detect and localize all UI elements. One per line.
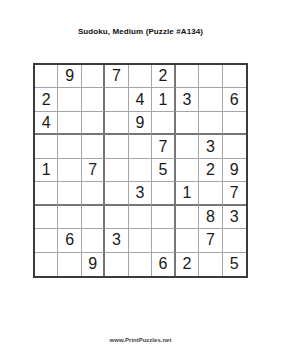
- cell-r8c3[interactable]: [82, 229, 105, 252]
- cell-r6c6[interactable]: [152, 182, 175, 205]
- cell-r2c1: 2: [35, 88, 58, 111]
- cell-r7c1[interactable]: [35, 206, 58, 229]
- cell-r4c6: 7: [152, 135, 175, 158]
- cell-r3c1: 4: [35, 112, 58, 135]
- cell-r3c7[interactable]: [176, 112, 199, 135]
- cell-r2c9: 6: [223, 88, 246, 111]
- cell-r1c9[interactable]: [223, 65, 246, 88]
- cell-r5c8: 2: [199, 159, 222, 182]
- cell-r4c8: 3: [199, 135, 222, 158]
- cell-r1c7[interactable]: [176, 65, 199, 88]
- cell-r3c6[interactable]: [152, 112, 175, 135]
- sudoku-grid: 97224136497317529317836379625: [33, 63, 248, 278]
- cell-r8c4: 3: [105, 229, 128, 252]
- cell-r5c3: 7: [82, 159, 105, 182]
- cell-r2c3[interactable]: [82, 88, 105, 111]
- cell-r2c5: 4: [129, 88, 152, 111]
- cell-r6c5: 3: [129, 182, 152, 205]
- cell-r1c8[interactable]: [199, 65, 222, 88]
- cell-r1c3[interactable]: [82, 65, 105, 88]
- cell-r2c4[interactable]: [105, 88, 128, 111]
- cell-r9c4[interactable]: [105, 253, 128, 276]
- cell-r5c5[interactable]: [129, 159, 152, 182]
- cell-r8c2: 6: [58, 229, 81, 252]
- cell-r6c1[interactable]: [35, 182, 58, 205]
- cell-r9c9: 5: [223, 253, 246, 276]
- cell-r6c2[interactable]: [58, 182, 81, 205]
- cell-r1c2: 9: [58, 65, 81, 88]
- cell-r7c2[interactable]: [58, 206, 81, 229]
- cell-r2c8[interactable]: [199, 88, 222, 111]
- cell-r5c7[interactable]: [176, 159, 199, 182]
- cell-r5c2[interactable]: [58, 159, 81, 182]
- cell-r6c4[interactable]: [105, 182, 128, 205]
- cell-r9c7: 2: [176, 253, 199, 276]
- cell-r6c8[interactable]: [199, 182, 222, 205]
- printable-sudoku-page: Sudoku, Medium (Puzzle #A134) 9722413649…: [0, 0, 281, 363]
- cell-r3c8[interactable]: [199, 112, 222, 135]
- cell-r8c1[interactable]: [35, 229, 58, 252]
- cell-r9c3: 9: [82, 253, 105, 276]
- cell-r9c5[interactable]: [129, 253, 152, 276]
- cell-r3c9[interactable]: [223, 112, 246, 135]
- cell-r7c4[interactable]: [105, 206, 128, 229]
- cell-r3c5: 9: [129, 112, 152, 135]
- cell-r7c7[interactable]: [176, 206, 199, 229]
- cell-r9c8[interactable]: [199, 253, 222, 276]
- cell-r1c1[interactable]: [35, 65, 58, 88]
- cell-r4c3[interactable]: [82, 135, 105, 158]
- cell-r5c6: 5: [152, 159, 175, 182]
- cell-r4c4[interactable]: [105, 135, 128, 158]
- cell-r4c9[interactable]: [223, 135, 246, 158]
- cell-r2c2[interactable]: [58, 88, 81, 111]
- cell-r8c8: 7: [199, 229, 222, 252]
- cell-r6c7: 1: [176, 182, 199, 205]
- cell-r4c5[interactable]: [129, 135, 152, 158]
- cell-r2c6: 1: [152, 88, 175, 111]
- cell-r2c7: 3: [176, 88, 199, 111]
- cell-r7c8: 8: [199, 206, 222, 229]
- cell-r7c6[interactable]: [152, 206, 175, 229]
- cell-r5c1: 1: [35, 159, 58, 182]
- cell-r5c9: 9: [223, 159, 246, 182]
- footer-site-url: www.PrintPuzzles.net: [0, 337, 281, 343]
- cell-r3c3[interactable]: [82, 112, 105, 135]
- cell-r7c5[interactable]: [129, 206, 152, 229]
- cell-r7c9: 3: [223, 206, 246, 229]
- page-title: Sudoku, Medium (Puzzle #A134): [0, 27, 281, 36]
- cell-r8c5[interactable]: [129, 229, 152, 252]
- cell-r9c2[interactable]: [58, 253, 81, 276]
- cell-r8c7[interactable]: [176, 229, 199, 252]
- cell-r9c1[interactable]: [35, 253, 58, 276]
- cell-r6c9: 7: [223, 182, 246, 205]
- cell-r4c1[interactable]: [35, 135, 58, 158]
- cell-r6c3[interactable]: [82, 182, 105, 205]
- cell-r8c9[interactable]: [223, 229, 246, 252]
- cell-r3c4[interactable]: [105, 112, 128, 135]
- cell-r7c3[interactable]: [82, 206, 105, 229]
- cell-r4c2[interactable]: [58, 135, 81, 158]
- cell-r4c7[interactable]: [176, 135, 199, 158]
- cell-r8c6[interactable]: [152, 229, 175, 252]
- cell-r1c5[interactable]: [129, 65, 152, 88]
- cell-r9c6: 6: [152, 253, 175, 276]
- cell-r3c2[interactable]: [58, 112, 81, 135]
- cell-r1c6: 2: [152, 65, 175, 88]
- cell-r5c4[interactable]: [105, 159, 128, 182]
- cell-r1c4: 7: [105, 65, 128, 88]
